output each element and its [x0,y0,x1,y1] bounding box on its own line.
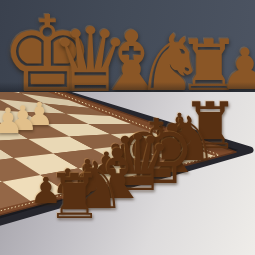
piece-lineup-photo: ♚ ♛ ♝ ♞ ♜ ♟ [0,0,255,92]
white-pawn: ♟ [0,104,24,139]
black-rook: ♜ [47,166,103,228]
lineup-pawn-icon: ♟ [219,41,255,92]
chess-set-product-photo: ♚ ♛ ♝ ♞ ♜ ♟ ♟♟♟♟♟♟♟♟♟♟♟♜♞♝♛♚♝♞♜ [0,0,255,255]
board-photo: ♟♟♟♟♟♟♟♟♟♟♟♜♞♝♛♚♝♞♜ [0,92,255,255]
